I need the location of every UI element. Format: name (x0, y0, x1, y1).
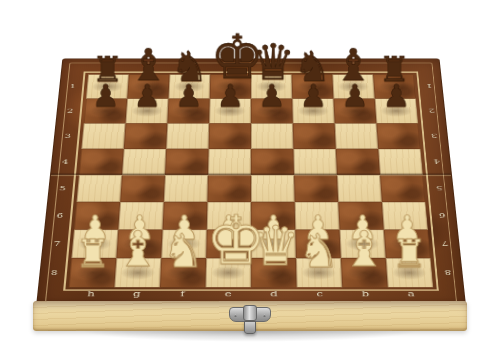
rank-label: 8 (44, 258, 64, 287)
light-bishop: ♝ (341, 258, 388, 287)
pieces-layer: ♜♝♞♚♛♞♝♜♟♟♟♟♟♟♟♟♟♟♟♟♟♟♟♟♜♝♞♚♛♞♝♜ (69, 74, 434, 287)
rank-label: 8 (438, 258, 458, 287)
clasp-tongue (244, 321, 256, 334)
dark-pawn: ♟ (84, 99, 128, 124)
rank-label: 5 (53, 175, 72, 202)
rank-label: 6 (50, 202, 69, 230)
fold-hinge-seam (51, 173, 451, 177)
light-bishop: ♝ (114, 258, 161, 287)
product-photo: ♜♝♞♚♛♞♝♜♟♟♟♟♟♟♟♟♟♟♟♟♟♟♟♟♜♝♞♚♛♞♝♜ hgfedcb… (0, 0, 500, 358)
rank-label: 7 (435, 229, 454, 258)
dark-pawn: ♟ (167, 99, 209, 124)
metal-clasp (229, 307, 271, 337)
light-knight: ♞ (160, 258, 206, 287)
clasp-barrel (243, 305, 257, 321)
dark-pawn: ♟ (333, 99, 376, 124)
chess-board: ♜♝♞♚♛♞♝♜♟♟♟♟♟♟♟♟♟♟♟♟♟♟♟♟♜♝♞♚♛♞♝♜ hgfedcb… (36, 59, 466, 308)
rank-label: 7 (47, 229, 66, 258)
light-rook: ♜ (386, 258, 434, 287)
rank-label: 3 (425, 123, 443, 148)
screw-icon (234, 314, 237, 317)
light-knight: ♞ (296, 258, 342, 287)
rank-label: 1 (64, 74, 82, 98)
rank-label: 2 (61, 98, 79, 123)
rank-label: 2 (423, 98, 441, 123)
dark-pawn: ♟ (126, 99, 169, 124)
screw-icon (263, 314, 266, 317)
light-rook: ♜ (69, 258, 117, 287)
rank-label: 3 (59, 123, 77, 148)
rank-label: 5 (430, 175, 449, 202)
light-king: ♚ (205, 258, 251, 287)
dark-pawn: ♟ (209, 99, 251, 124)
rank-label: 1 (420, 74, 438, 98)
box-front-edge (33, 301, 467, 331)
dark-pawn: ♟ (251, 99, 293, 124)
rank-label: 4 (428, 149, 447, 175)
rank-label: 4 (56, 149, 74, 175)
dark-pawn: ♟ (292, 99, 334, 124)
rank-label: 6 (433, 202, 452, 230)
dark-pawn: ♟ (375, 99, 419, 124)
